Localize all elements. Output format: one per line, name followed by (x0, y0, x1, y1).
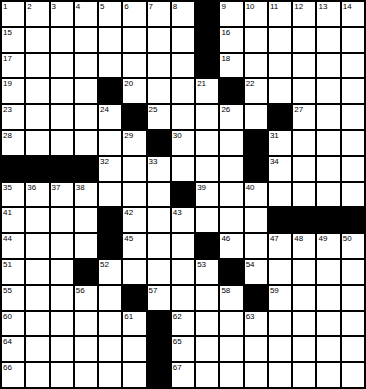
white-cell-r7c8[interactable] (171, 156, 195, 182)
clue-number: 33 (149, 157, 158, 166)
white-cell-r1c13[interactable]: 12 (292, 1, 316, 27)
black-cell-r9c13 (292, 207, 316, 233)
clue-number: 3 (52, 2, 56, 11)
black-cell-r9c15 (341, 207, 365, 233)
white-cell-r14c1[interactable]: 64 (1, 336, 25, 362)
white-cell-r9c7[interactable] (147, 207, 171, 233)
white-cell-r13c3[interactable] (50, 311, 74, 337)
clue-number: 27 (294, 105, 303, 114)
white-cell-r5c15[interactable] (341, 104, 365, 130)
clue-number: 58 (221, 286, 230, 295)
clue-number: 11 (270, 2, 278, 11)
white-cell-r3c14[interactable] (316, 53, 340, 79)
white-cell-r14c5[interactable] (98, 336, 122, 362)
white-cell-r10c4[interactable] (74, 233, 98, 259)
clue-number: 10 (246, 2, 255, 11)
white-cell-r14c13[interactable] (292, 336, 316, 362)
white-cell-r14c9[interactable] (195, 336, 219, 362)
white-cell-r12c3[interactable] (50, 285, 74, 311)
white-cell-r9c11[interactable] (244, 207, 268, 233)
white-cell-r8c7[interactable] (147, 182, 171, 208)
clue-number: 57 (149, 286, 158, 295)
white-cell-r13c13[interactable] (292, 311, 316, 337)
white-cell-r10c2[interactable] (25, 233, 49, 259)
white-cell-r6c12[interactable]: 31 (268, 130, 292, 156)
white-cell-r12c2[interactable] (25, 285, 49, 311)
white-cell-r15c5[interactable] (98, 362, 122, 388)
white-cell-r8c12[interactable] (268, 182, 292, 208)
clue-number: 17 (3, 54, 12, 63)
white-cell-r7c10[interactable] (219, 156, 243, 182)
black-cell-r9c14 (316, 207, 340, 233)
white-cell-r7c12[interactable]: 34 (268, 156, 292, 182)
white-cell-r2c3[interactable] (50, 27, 74, 53)
white-cell-r11c12[interactable] (268, 259, 292, 285)
white-cell-r2c1[interactable]: 15 (1, 27, 25, 53)
white-cell-r8c10[interactable] (219, 182, 243, 208)
black-cell-r11c10 (219, 259, 243, 285)
black-cell-r12c6 (122, 285, 146, 311)
clue-number: 6 (124, 2, 128, 11)
white-cell-r9c9[interactable] (195, 207, 219, 233)
clue-number: 52 (100, 260, 109, 269)
white-cell-r2c8[interactable] (171, 27, 195, 53)
white-cell-r3c13[interactable] (292, 53, 316, 79)
black-cell-r4c5 (98, 78, 122, 104)
clue-number: 30 (173, 131, 182, 140)
clue-number: 45 (124, 234, 133, 243)
white-cell-r13c1[interactable]: 60 (1, 311, 25, 337)
white-cell-r3c11[interactable] (244, 53, 268, 79)
white-cell-r10c10[interactable]: 46 (219, 233, 243, 259)
white-cell-r4c14[interactable] (316, 78, 340, 104)
clue-number: 67 (173, 363, 182, 372)
white-cell-r8c4[interactable]: 38 (74, 182, 98, 208)
white-cell-r14c6[interactable] (122, 336, 146, 362)
white-cell-r11c1[interactable]: 51 (1, 259, 25, 285)
white-cell-r9c3[interactable] (50, 207, 74, 233)
white-cell-r12c9[interactable] (195, 285, 219, 311)
clue-number: 43 (173, 208, 182, 217)
white-cell-r5c9[interactable] (195, 104, 219, 130)
clue-number: 28 (3, 131, 12, 140)
white-cell-r11c11[interactable]: 54 (244, 259, 268, 285)
clue-number: 31 (270, 131, 279, 140)
black-cell-r7c4 (74, 156, 98, 182)
white-cell-r6c3[interactable] (50, 130, 74, 156)
white-cell-r10c1[interactable]: 44 (1, 233, 25, 259)
clue-number: 35 (3, 183, 12, 192)
white-cell-r13c15[interactable] (341, 311, 365, 337)
clue-number: 12 (294, 2, 303, 11)
white-cell-r3c10[interactable]: 18 (219, 53, 243, 79)
white-cell-r10c11[interactable] (244, 233, 268, 259)
white-cell-r5c7[interactable]: 25 (147, 104, 171, 130)
clue-number: 50 (343, 234, 352, 243)
white-cell-r4c9[interactable]: 21 (195, 78, 219, 104)
white-cell-r8c15[interactable] (341, 182, 365, 208)
clue-number: 25 (149, 105, 158, 114)
white-cell-r1c3[interactable]: 3 (50, 1, 74, 27)
clue-number: 38 (76, 183, 85, 192)
white-cell-r15c14[interactable] (316, 362, 340, 388)
white-cell-r15c6[interactable] (122, 362, 146, 388)
white-cell-r6c15[interactable] (341, 130, 365, 156)
clue-number: 2 (27, 2, 31, 11)
white-cell-r5c4[interactable] (74, 104, 98, 130)
clue-number: 7 (149, 2, 153, 11)
clue-number: 61 (124, 312, 133, 321)
white-cell-r8c6[interactable] (122, 182, 146, 208)
clue-number: 22 (246, 79, 255, 88)
white-cell-r13c14[interactable] (316, 311, 340, 337)
clue-number: 23 (3, 105, 12, 114)
clue-number: 42 (124, 208, 133, 217)
black-cell-r2c9 (195, 27, 219, 53)
white-cell-r14c11[interactable] (244, 336, 268, 362)
white-cell-r8c3[interactable]: 37 (50, 182, 74, 208)
white-cell-r11c5[interactable]: 52 (98, 259, 122, 285)
white-cell-r15c2[interactable] (25, 362, 49, 388)
white-cell-r15c15[interactable] (341, 362, 365, 388)
black-cell-r6c7 (147, 130, 171, 156)
black-cell-r3c9 (195, 53, 219, 79)
white-cell-r11c8[interactable] (171, 259, 195, 285)
clue-number: 34 (270, 157, 279, 166)
white-cell-r12c10[interactable]: 58 (219, 285, 243, 311)
white-cell-r6c14[interactable] (316, 130, 340, 156)
black-cell-r9c12 (268, 207, 292, 233)
white-cell-r5c14[interactable] (316, 104, 340, 130)
clue-number: 20 (124, 79, 133, 88)
white-cell-r8c9[interactable]: 39 (195, 182, 219, 208)
black-cell-r10c5 (98, 233, 122, 259)
white-cell-r15c10[interactable] (219, 362, 243, 388)
white-cell-r3c3[interactable] (50, 53, 74, 79)
black-cell-r15c7 (147, 362, 171, 388)
clue-number: 63 (246, 312, 255, 321)
white-cell-r8c2[interactable]: 36 (25, 182, 49, 208)
white-cell-r10c3[interactable] (50, 233, 74, 259)
white-cell-r11c7[interactable] (147, 259, 171, 285)
white-cell-r9c2[interactable] (25, 207, 49, 233)
black-cell-r7c3 (50, 156, 74, 182)
white-cell-r2c10[interactable]: 16 (219, 27, 243, 53)
clue-number: 18 (221, 54, 230, 63)
white-cell-r15c8[interactable]: 67 (171, 362, 195, 388)
clue-number: 14 (343, 2, 352, 11)
white-cell-r14c10[interactable] (219, 336, 243, 362)
clue-number: 40 (246, 183, 255, 192)
white-cell-r3c2[interactable] (25, 53, 49, 79)
white-cell-r6c8[interactable]: 30 (171, 130, 195, 156)
white-cell-r1c5[interactable]: 5 (98, 1, 122, 27)
white-cell-r14c14[interactable] (316, 336, 340, 362)
white-cell-r6c5[interactable] (98, 130, 122, 156)
clue-number: 62 (173, 312, 182, 321)
white-cell-r15c12[interactable] (268, 362, 292, 388)
clue-number: 64 (3, 337, 12, 346)
white-cell-r10c14[interactable]: 49 (316, 233, 340, 259)
clue-number: 16 (221, 28, 230, 37)
white-cell-r8c14[interactable] (316, 182, 340, 208)
clue-number: 65 (173, 337, 182, 346)
white-cell-r2c6[interactable] (122, 27, 146, 53)
white-cell-r5c8[interactable] (171, 104, 195, 130)
clue-number: 19 (3, 79, 12, 88)
white-cell-r1c14[interactable]: 13 (316, 1, 340, 27)
white-cell-r14c4[interactable] (74, 336, 98, 362)
white-cell-r10c7[interactable] (147, 233, 171, 259)
white-cell-r14c2[interactable] (25, 336, 49, 362)
white-cell-r13c11[interactable]: 63 (244, 311, 268, 337)
white-cell-r5c1[interactable]: 23 (1, 104, 25, 130)
white-cell-r4c7[interactable] (147, 78, 171, 104)
white-cell-r2c13[interactable] (292, 27, 316, 53)
black-cell-r10c9 (195, 233, 219, 259)
white-cell-r3c5[interactable] (98, 53, 122, 79)
clue-number: 26 (221, 105, 230, 114)
white-cell-r14c12[interactable] (268, 336, 292, 362)
white-cell-r8c13[interactable] (292, 182, 316, 208)
white-cell-r5c5[interactable]: 24 (98, 104, 122, 130)
white-cell-r7c7[interactable]: 33 (147, 156, 171, 182)
white-cell-r2c14[interactable] (316, 27, 340, 53)
white-cell-r13c2[interactable] (25, 311, 49, 337)
clue-number: 54 (246, 260, 255, 269)
white-cell-r14c3[interactable] (50, 336, 74, 362)
white-cell-r6c10[interactable] (219, 130, 243, 156)
white-cell-r8c11[interactable]: 40 (244, 182, 268, 208)
clue-number: 24 (100, 105, 109, 114)
white-cell-r4c4[interactable] (74, 78, 98, 104)
white-cell-r1c8[interactable]: 8 (171, 1, 195, 27)
clue-number: 36 (27, 183, 36, 192)
black-cell-r9c5 (98, 207, 122, 233)
clue-number: 39 (197, 183, 206, 192)
white-cell-r3c15[interactable] (341, 53, 365, 79)
white-cell-r10c15[interactable]: 50 (341, 233, 365, 259)
white-cell-r10c13[interactable]: 48 (292, 233, 316, 259)
clue-number: 66 (3, 363, 12, 372)
white-cell-r7c6[interactable] (122, 156, 146, 182)
white-cell-r5c3[interactable] (50, 104, 74, 130)
white-cell-r9c8[interactable]: 43 (171, 207, 195, 233)
white-cell-r13c10[interactable] (219, 311, 243, 337)
white-cell-r11c3[interactable] (50, 259, 74, 285)
white-cell-r15c1[interactable]: 66 (1, 362, 25, 388)
white-cell-r12c15[interactable] (341, 285, 365, 311)
clue-number: 9 (221, 2, 225, 11)
white-cell-r13c9[interactable] (195, 311, 219, 337)
white-cell-r1c11[interactable]: 10 (244, 1, 268, 27)
black-cell-r5c6 (122, 104, 146, 130)
clue-number: 48 (294, 234, 303, 243)
clue-number: 46 (221, 234, 230, 243)
white-cell-r1c1[interactable]: 1 (1, 1, 25, 27)
white-cell-r4c6[interactable]: 20 (122, 78, 146, 104)
white-cell-r7c13[interactable] (292, 156, 316, 182)
black-cell-r13c7 (147, 311, 171, 337)
white-cell-r4c12[interactable] (268, 78, 292, 104)
white-cell-r2c2[interactable] (25, 27, 49, 53)
white-cell-r13c12[interactable] (268, 311, 292, 337)
white-cell-r14c8[interactable]: 65 (171, 336, 195, 362)
clue-number: 56 (76, 286, 85, 295)
clue-number: 51 (3, 260, 12, 269)
white-cell-r13c6[interactable]: 61 (122, 311, 146, 337)
white-cell-r12c8[interactable] (171, 285, 195, 311)
black-cell-r14c7 (147, 336, 171, 362)
clue-number: 53 (197, 260, 206, 269)
white-cell-r15c11[interactable] (244, 362, 268, 388)
white-cell-r12c1[interactable]: 55 (1, 285, 25, 311)
black-cell-r7c1 (1, 156, 25, 182)
clue-number: 8 (173, 2, 177, 11)
white-cell-r3c1[interactable]: 17 (1, 53, 25, 79)
white-cell-r4c15[interactable] (341, 78, 365, 104)
white-cell-r1c4[interactable]: 4 (74, 1, 98, 27)
white-cell-r15c4[interactable] (74, 362, 98, 388)
white-cell-r11c6[interactable] (122, 259, 146, 285)
clue-number: 44 (3, 234, 12, 243)
crossword-grid: 1234567891011121314151617181920212223242… (0, 0, 366, 389)
white-cell-r3c6[interactable] (122, 53, 146, 79)
white-cell-r9c4[interactable] (74, 207, 98, 233)
white-cell-r3c7[interactable] (147, 53, 171, 79)
white-cell-r11c9[interactable]: 53 (195, 259, 219, 285)
white-cell-r9c1[interactable]: 41 (1, 207, 25, 233)
clue-number: 32 (100, 157, 109, 166)
white-cell-r2c15[interactable] (341, 27, 365, 53)
white-cell-r4c11[interactable]: 22 (244, 78, 268, 104)
black-cell-r8c8 (171, 182, 195, 208)
white-cell-r12c7[interactable]: 57 (147, 285, 171, 311)
black-cell-r12c11 (244, 285, 268, 311)
black-cell-r5c12 (268, 104, 292, 130)
white-cell-r11c15[interactable] (341, 259, 365, 285)
black-cell-r7c11 (244, 156, 268, 182)
white-cell-r12c14[interactable] (316, 285, 340, 311)
white-cell-r6c2[interactable] (25, 130, 49, 156)
white-cell-r10c12[interactable]: 47 (268, 233, 292, 259)
clue-number: 47 (270, 234, 279, 243)
black-cell-r1c9 (195, 1, 219, 27)
white-cell-r7c5[interactable]: 32 (98, 156, 122, 182)
black-cell-r7c2 (25, 156, 49, 182)
white-cell-r3c12[interactable] (268, 53, 292, 79)
white-cell-r12c13[interactable] (292, 285, 316, 311)
white-cell-r1c7[interactable]: 7 (147, 1, 171, 27)
white-cell-r6c6[interactable]: 29 (122, 130, 146, 156)
clue-number: 15 (3, 28, 12, 37)
white-cell-r15c3[interactable] (50, 362, 74, 388)
white-cell-r12c5[interactable] (98, 285, 122, 311)
white-cell-r14c15[interactable] (341, 336, 365, 362)
white-cell-r4c1[interactable]: 19 (1, 78, 25, 104)
white-cell-r1c10[interactable]: 9 (219, 1, 243, 27)
white-cell-r11c13[interactable] (292, 259, 316, 285)
clue-number: 41 (3, 208, 12, 217)
white-cell-r8c5[interactable] (98, 182, 122, 208)
clue-number: 59 (270, 286, 279, 295)
white-cell-r7c9[interactable] (195, 156, 219, 182)
white-cell-r5c11[interactable] (244, 104, 268, 130)
black-cell-r4c10 (219, 78, 243, 104)
white-cell-r11c14[interactable] (316, 259, 340, 285)
white-cell-r10c8[interactable] (171, 233, 195, 259)
clue-number: 55 (3, 286, 12, 295)
white-cell-r2c7[interactable] (147, 27, 171, 53)
white-cell-r4c8[interactable] (171, 78, 195, 104)
clue-number: 60 (3, 312, 12, 321)
clue-number: 29 (124, 131, 133, 140)
white-cell-r15c13[interactable] (292, 362, 316, 388)
white-cell-r10c6[interactable]: 45 (122, 233, 146, 259)
white-cell-r15c9[interactable] (195, 362, 219, 388)
white-cell-r1c12[interactable]: 11 (268, 1, 292, 27)
white-cell-r4c13[interactable] (292, 78, 316, 104)
white-cell-r5c13[interactable]: 27 (292, 104, 316, 130)
white-cell-r1c15[interactable]: 14 (341, 1, 365, 27)
white-cell-r6c1[interactable]: 28 (1, 130, 25, 156)
white-cell-r3c8[interactable] (171, 53, 195, 79)
white-cell-r2c4[interactable] (74, 27, 98, 53)
white-cell-r2c11[interactable] (244, 27, 268, 53)
black-cell-r11c4 (74, 259, 98, 285)
clue-number: 1 (3, 2, 7, 11)
white-cell-r13c8[interactable]: 62 (171, 311, 195, 337)
white-cell-r6c13[interactable] (292, 130, 316, 156)
white-cell-r3c4[interactable] (74, 53, 98, 79)
white-cell-r9c6[interactable]: 42 (122, 207, 146, 233)
clue-number: 37 (52, 183, 61, 192)
white-cell-r1c6[interactable]: 6 (122, 1, 146, 27)
white-cell-r6c9[interactable] (195, 130, 219, 156)
white-cell-r8c1[interactable]: 35 (1, 182, 25, 208)
white-cell-r4c3[interactable] (50, 78, 74, 104)
white-cell-r2c5[interactable] (98, 27, 122, 53)
white-cell-r7c14[interactable] (316, 156, 340, 182)
white-cell-r13c5[interactable] (98, 311, 122, 337)
white-cell-r6c4[interactable] (74, 130, 98, 156)
white-cell-r4c2[interactable] (25, 78, 49, 104)
white-cell-r12c12[interactable]: 59 (268, 285, 292, 311)
black-cell-r6c11 (244, 130, 268, 156)
clue-number: 5 (100, 2, 104, 11)
white-cell-r11c2[interactable] (25, 259, 49, 285)
white-cell-r2c12[interactable] (268, 27, 292, 53)
white-cell-r12c4[interactable]: 56 (74, 285, 98, 311)
white-cell-r5c2[interactable] (25, 104, 49, 130)
white-cell-r5c10[interactable]: 26 (219, 104, 243, 130)
white-cell-r13c4[interactable] (74, 311, 98, 337)
white-cell-r7c15[interactable] (341, 156, 365, 182)
clue-number: 21 (197, 79, 206, 88)
clue-number: 13 (318, 2, 327, 11)
clue-number: 4 (76, 2, 80, 11)
white-cell-r9c10[interactable] (219, 207, 243, 233)
white-cell-r1c2[interactable]: 2 (25, 1, 49, 27)
clue-number: 49 (318, 234, 327, 243)
